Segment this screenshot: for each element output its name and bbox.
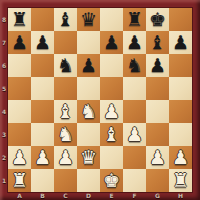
square-d5[interactable] xyxy=(77,77,100,100)
white-queen-d2: ♛ xyxy=(77,146,100,169)
file-label-d: D xyxy=(77,192,100,200)
file-label-b: B xyxy=(31,192,54,200)
square-e2[interactable] xyxy=(100,146,123,169)
white-knight-c3: ♞ xyxy=(54,123,77,146)
square-b8[interactable] xyxy=(31,8,54,31)
square-f1[interactable] xyxy=(123,169,146,192)
square-e5[interactable] xyxy=(100,77,123,100)
square-f4[interactable] xyxy=(123,100,146,123)
rank-label-2: 2 xyxy=(0,146,8,169)
black-pawn-h7: ♟ xyxy=(169,31,192,54)
square-h7[interactable]: ♟ xyxy=(169,31,192,54)
square-g6[interactable]: ♟ xyxy=(146,54,169,77)
black-bishop-c8: ♝ xyxy=(54,8,77,31)
square-g2[interactable]: ♟ xyxy=(146,146,169,169)
file-label-f: F xyxy=(123,192,146,200)
square-g1[interactable] xyxy=(146,169,169,192)
white-pawn-g2: ♟ xyxy=(146,146,169,169)
black-king-g8: ♚ xyxy=(146,8,169,31)
black-bishop-g7: ♝ xyxy=(146,31,169,54)
square-e6[interactable] xyxy=(100,54,123,77)
file-labels: ABCDEFGH xyxy=(8,192,192,200)
square-f3[interactable]: ♟ xyxy=(123,123,146,146)
rank-labels: 87654321 xyxy=(0,8,8,192)
square-a4[interactable] xyxy=(8,100,31,123)
square-d6[interactable]: ♟ xyxy=(77,54,100,77)
square-b2[interactable]: ♟ xyxy=(31,146,54,169)
square-c3[interactable]: ♞ xyxy=(54,123,77,146)
black-pawn-a7: ♟ xyxy=(8,31,31,54)
square-h3[interactable] xyxy=(169,123,192,146)
square-a2[interactable]: ♟ xyxy=(8,146,31,169)
square-e3[interactable]: ♝ xyxy=(100,123,123,146)
square-d4[interactable]: ♞ xyxy=(77,100,100,123)
square-b4[interactable] xyxy=(31,100,54,123)
square-e1[interactable]: ♚ xyxy=(100,169,123,192)
square-f5[interactable] xyxy=(123,77,146,100)
square-c6[interactable]: ♞ xyxy=(54,54,77,77)
square-a7[interactable]: ♟ xyxy=(8,31,31,54)
square-e7[interactable]: ♟ xyxy=(100,31,123,54)
chess-board-frame: 87654321 ABCDEFGH ♜♝♛♜♚♟♟♟♟♝♟♞♟♞♟♝♞♟♞♝♟♟… xyxy=(0,0,200,200)
rank-label-8: 8 xyxy=(0,8,8,31)
square-f8[interactable]: ♜ xyxy=(123,8,146,31)
white-king-e1: ♚ xyxy=(100,169,123,192)
square-e8[interactable] xyxy=(100,8,123,31)
square-h8[interactable] xyxy=(169,8,192,31)
white-bishop-e3: ♝ xyxy=(100,123,123,146)
white-pawn-f3: ♟ xyxy=(123,123,146,146)
black-pawn-b7: ♟ xyxy=(31,31,54,54)
black-pawn-d6: ♟ xyxy=(77,54,100,77)
square-h6[interactable] xyxy=(169,54,192,77)
black-pawn-e7: ♟ xyxy=(100,31,123,54)
square-d8[interactable]: ♛ xyxy=(77,8,100,31)
square-d2[interactable]: ♛ xyxy=(77,146,100,169)
square-a5[interactable] xyxy=(8,77,31,100)
square-d1[interactable] xyxy=(77,169,100,192)
square-h4[interactable] xyxy=(169,100,192,123)
file-label-a: A xyxy=(8,192,31,200)
square-b6[interactable] xyxy=(31,54,54,77)
square-a6[interactable] xyxy=(8,54,31,77)
square-h5[interactable] xyxy=(169,77,192,100)
white-pawn-c2: ♟ xyxy=(54,146,77,169)
square-f2[interactable] xyxy=(123,146,146,169)
rank-label-7: 7 xyxy=(0,31,8,54)
square-d7[interactable] xyxy=(77,31,100,54)
square-b3[interactable] xyxy=(31,123,54,146)
white-pawn-e4: ♟ xyxy=(100,100,123,123)
square-e4[interactable]: ♟ xyxy=(100,100,123,123)
square-c2[interactable]: ♟ xyxy=(54,146,77,169)
square-c1[interactable] xyxy=(54,169,77,192)
file-label-c: C xyxy=(54,192,77,200)
square-c5[interactable] xyxy=(54,77,77,100)
rank-label-4: 4 xyxy=(0,100,8,123)
white-pawn-h2: ♟ xyxy=(169,146,192,169)
square-a8[interactable]: ♜ xyxy=(8,8,31,31)
square-h1[interactable]: ♜ xyxy=(169,169,192,192)
square-b1[interactable] xyxy=(31,169,54,192)
square-h2[interactable]: ♟ xyxy=(169,146,192,169)
rank-label-1: 1 xyxy=(0,169,8,192)
square-a3[interactable] xyxy=(8,123,31,146)
file-label-h: H xyxy=(169,192,192,200)
file-label-g: G xyxy=(146,192,169,200)
black-knight-c6: ♞ xyxy=(54,54,77,77)
square-g7[interactable]: ♝ xyxy=(146,31,169,54)
white-pawn-b2: ♟ xyxy=(31,146,54,169)
square-d3[interactable] xyxy=(77,123,100,146)
black-pawn-g6: ♟ xyxy=(146,54,169,77)
white-knight-d4: ♞ xyxy=(77,100,100,123)
black-rook-a8: ♜ xyxy=(8,8,31,31)
square-c7[interactable] xyxy=(54,31,77,54)
square-g4[interactable] xyxy=(146,100,169,123)
square-f7[interactable]: ♟ xyxy=(123,31,146,54)
square-g3[interactable] xyxy=(146,123,169,146)
square-c4[interactable]: ♝ xyxy=(54,100,77,123)
black-pawn-f7: ♟ xyxy=(123,31,146,54)
square-b7[interactable]: ♟ xyxy=(31,31,54,54)
white-pawn-a2: ♟ xyxy=(8,146,31,169)
square-a1[interactable]: ♜ xyxy=(8,169,31,192)
file-label-e: E xyxy=(100,192,123,200)
white-rook-h1: ♜ xyxy=(169,169,192,192)
square-g8[interactable]: ♚ xyxy=(146,8,169,31)
rank-label-5: 5 xyxy=(0,77,8,100)
square-f6[interactable]: ♞ xyxy=(123,54,146,77)
white-bishop-c4: ♝ xyxy=(54,100,77,123)
square-c8[interactable]: ♝ xyxy=(54,8,77,31)
square-g5[interactable] xyxy=(146,77,169,100)
rank-label-6: 6 xyxy=(0,54,8,77)
black-queen-d8: ♛ xyxy=(77,8,100,31)
square-b5[interactable] xyxy=(31,77,54,100)
black-knight-f6: ♞ xyxy=(123,54,146,77)
chess-board: ♜♝♛♜♚♟♟♟♟♝♟♞♟♞♟♝♞♟♞♝♟♟♟♟♛♟♟♜♚♜ xyxy=(8,8,192,192)
rank-label-3: 3 xyxy=(0,123,8,146)
white-rook-a1: ♜ xyxy=(8,169,31,192)
black-rook-f8: ♜ xyxy=(123,8,146,31)
